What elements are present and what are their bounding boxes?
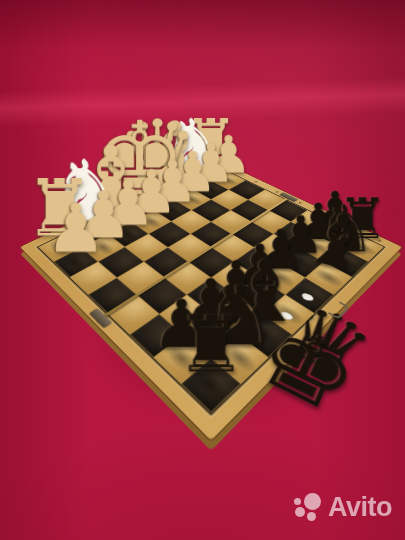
- black-rook-h8: ♜: [148, 305, 275, 384]
- avito-watermark: Avito: [293, 492, 392, 523]
- square-h8: ♜: [181, 358, 242, 413]
- white-pawn-h2: ♟: [29, 195, 123, 262]
- avito-logo-icon: [293, 493, 323, 523]
- listing-photo: ♜♟♟♜♞♟♟♞♝♟♟♝♛♟♟♛♚♟♟♚♝♟♟♝♞♟♟♞♜♟♟♜ Avito: [0, 0, 405, 540]
- watermark-text: Avito: [328, 492, 392, 523]
- edge-mark: [253, 180, 260, 184]
